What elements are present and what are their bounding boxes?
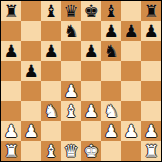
square-e6[interactable]: ♟	[81, 41, 101, 61]
square-d3[interactable]: ♝	[61, 101, 81, 121]
square-g2[interactable]: ♟	[121, 121, 141, 141]
square-a7[interactable]	[1, 21, 21, 41]
black-king-e8[interactable]: ♚	[83, 1, 98, 21]
square-h8[interactable]: ♜	[141, 1, 161, 21]
black-rook-h8[interactable]: ♜	[143, 1, 158, 21]
square-h1[interactable]: ♜	[141, 141, 161, 161]
chess-board: ♜♝♛♚♝♜♞♟♟♟♟♟♟♞♟♟♞♝♟♞♟♟♟♟♟♜♝♛♚♜	[0, 0, 162, 162]
square-h6[interactable]	[141, 41, 161, 61]
square-d8[interactable]: ♛	[61, 1, 81, 21]
square-f3[interactable]: ♞	[101, 101, 121, 121]
square-d6[interactable]	[61, 41, 81, 61]
square-f4[interactable]	[101, 81, 121, 101]
square-a2[interactable]: ♟	[1, 121, 21, 141]
square-d5[interactable]	[61, 61, 81, 81]
square-d4[interactable]: ♟	[61, 81, 81, 101]
white-rook-h1[interactable]: ♜	[143, 141, 158, 161]
black-pawn-f7[interactable]: ♟	[103, 21, 118, 41]
black-bishop-f8[interactable]: ♝	[103, 1, 118, 21]
square-e2[interactable]	[81, 121, 101, 141]
square-h3[interactable]	[141, 101, 161, 121]
square-c1[interactable]: ♝	[41, 141, 61, 161]
white-king-e1[interactable]: ♚	[83, 141, 98, 161]
square-e1[interactable]: ♚	[81, 141, 101, 161]
square-f7[interactable]: ♟	[101, 21, 121, 41]
square-e3[interactable]: ♟	[81, 101, 101, 121]
white-pawn-e3[interactable]: ♟	[83, 101, 98, 121]
square-a6[interactable]: ♟	[1, 41, 21, 61]
black-pawn-b5[interactable]: ♟	[23, 61, 38, 81]
square-g3[interactable]	[121, 101, 141, 121]
square-b8[interactable]	[21, 1, 41, 21]
white-pawn-h2[interactable]: ♟	[143, 121, 158, 141]
white-pawn-b2[interactable]: ♟	[23, 121, 38, 141]
square-a8[interactable]: ♜	[1, 1, 21, 21]
white-pawn-g2[interactable]: ♟	[123, 121, 138, 141]
white-queen-d1[interactable]: ♛	[63, 141, 78, 161]
square-c3[interactable]: ♞	[41, 101, 61, 121]
square-h2[interactable]: ♟	[141, 121, 161, 141]
square-e4[interactable]	[81, 81, 101, 101]
square-b2[interactable]: ♟	[21, 121, 41, 141]
white-pawn-a2[interactable]: ♟	[3, 121, 18, 141]
square-f1[interactable]	[101, 141, 121, 161]
square-g4[interactable]	[121, 81, 141, 101]
square-a3[interactable]	[1, 101, 21, 121]
square-b6[interactable]	[21, 41, 41, 61]
black-rook-a8[interactable]: ♜	[3, 1, 18, 21]
square-g6[interactable]	[121, 41, 141, 61]
square-c5[interactable]	[41, 61, 61, 81]
white-bishop-c1[interactable]: ♝	[43, 141, 58, 161]
square-c8[interactable]: ♝	[41, 1, 61, 21]
black-pawn-e6[interactable]: ♟	[83, 41, 98, 61]
square-c6[interactable]: ♟	[41, 41, 61, 61]
square-a5[interactable]	[1, 61, 21, 81]
square-d1[interactable]: ♛	[61, 141, 81, 161]
white-pawn-f2[interactable]: ♟	[103, 121, 118, 141]
white-knight-f3[interactable]: ♞	[103, 101, 118, 121]
square-b4[interactable]	[21, 81, 41, 101]
square-f8[interactable]: ♝	[101, 1, 121, 21]
black-knight-d7[interactable]: ♞	[63, 21, 78, 41]
square-a4[interactable]	[1, 81, 21, 101]
square-e5[interactable]	[81, 61, 101, 81]
square-b5[interactable]: ♟	[21, 61, 41, 81]
square-g7[interactable]: ♟	[121, 21, 141, 41]
square-h7[interactable]: ♟	[141, 21, 161, 41]
white-bishop-d3[interactable]: ♝	[63, 101, 78, 121]
square-e7[interactable]	[81, 21, 101, 41]
square-a1[interactable]: ♜	[1, 141, 21, 161]
square-d2[interactable]	[61, 121, 81, 141]
square-c4[interactable]	[41, 81, 61, 101]
square-f6[interactable]: ♞	[101, 41, 121, 61]
square-b1[interactable]	[21, 141, 41, 161]
square-d7[interactable]: ♞	[61, 21, 81, 41]
black-pawn-h7[interactable]: ♟	[143, 21, 158, 41]
white-pawn-d4[interactable]: ♟	[63, 81, 78, 101]
square-g5[interactable]	[121, 61, 141, 81]
black-pawn-g7[interactable]: ♟	[123, 21, 138, 41]
black-pawn-a6[interactable]: ♟	[3, 41, 18, 61]
black-knight-f6[interactable]: ♞	[103, 41, 118, 61]
black-pawn-c6[interactable]: ♟	[43, 41, 58, 61]
square-f2[interactable]: ♟	[101, 121, 121, 141]
black-queen-d8[interactable]: ♛	[63, 1, 78, 21]
square-c2[interactable]	[41, 121, 61, 141]
square-g1[interactable]	[121, 141, 141, 161]
square-b7[interactable]	[21, 21, 41, 41]
white-rook-a1[interactable]: ♜	[3, 141, 18, 161]
square-f5[interactable]	[101, 61, 121, 81]
square-g8[interactable]	[121, 1, 141, 21]
square-c7[interactable]	[41, 21, 61, 41]
black-bishop-c8[interactable]: ♝	[43, 1, 58, 21]
square-h4[interactable]	[141, 81, 161, 101]
square-e8[interactable]: ♚	[81, 1, 101, 21]
square-b3[interactable]	[21, 101, 41, 121]
white-knight-c3[interactable]: ♞	[43, 101, 58, 121]
square-h5[interactable]	[141, 61, 161, 81]
